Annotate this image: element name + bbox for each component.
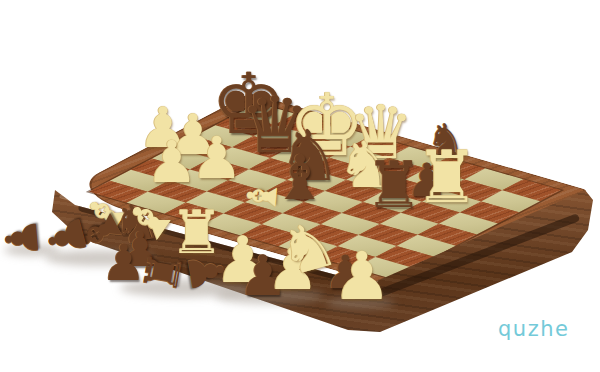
ground-shadow [45,250,155,266]
ground-shadow [325,297,395,309]
watermark-text: quzhe [498,317,588,341]
ground-shadow [215,288,325,304]
product-photo-scene: ♟♟♚♛♚♛♞♟♜♞♞♟♟♝♜ ♝♝♞♝♝♟♟♜♟♟♜♟♟♟♟♞♟♟ quzhe [0,0,600,372]
